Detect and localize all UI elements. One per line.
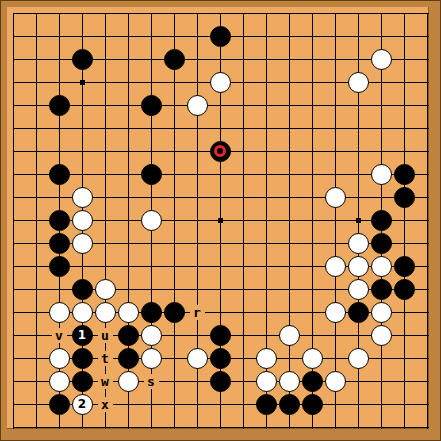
intersection-c10-r18[interactable] [232,416,255,439]
go-board[interactable]: rv1utws2x [2,2,439,439]
intersection-c6-r17[interactable] [140,393,163,416]
intersection-c17-r12[interactable] [393,278,416,301]
intersection-c15-r5[interactable] [347,117,370,140]
intersection-c0-r4[interactable] [2,94,25,117]
intersection-c2-r15[interactable] [48,347,71,370]
intersection-c9-r8[interactable] [209,186,232,209]
intersection-c9-r4[interactable] [209,94,232,117]
intersection-c3-r12[interactable] [71,278,94,301]
intersection-c5-r4[interactable] [117,94,140,117]
intersection-c17-r16[interactable] [393,370,416,393]
intersection-c3-r15[interactable] [71,347,94,370]
intersection-c2-r13[interactable] [48,301,71,324]
intersection-c0-r16[interactable] [2,370,25,393]
intersection-c1-r15[interactable] [25,347,48,370]
intersection-c9-r18[interactable] [209,416,232,439]
intersection-c11-r15[interactable] [255,347,278,370]
intersection-c17-r15[interactable] [393,347,416,370]
intersection-c3-r3[interactable] [71,71,94,94]
intersection-c1-r9[interactable] [25,209,48,232]
intersection-c12-r14[interactable] [278,324,301,347]
intersection-c10-r6[interactable] [232,140,255,163]
intersection-c13-r14[interactable] [301,324,324,347]
intersection-c11-r0[interactable] [255,2,278,25]
intersection-c17-r8[interactable] [393,186,416,209]
intersection-c14-r1[interactable] [324,25,347,48]
intersection-c10-r9[interactable] [232,209,255,232]
intersection-c16-r9[interactable] [370,209,393,232]
intersection-c9-r5[interactable] [209,117,232,140]
intersection-c17-r3[interactable] [393,71,416,94]
intersection-c8-r9[interactable] [186,209,209,232]
intersection-c4-r16[interactable]: w [94,370,117,393]
intersection-c15-r15[interactable] [347,347,370,370]
intersection-c4-r13[interactable] [94,301,117,324]
intersection-c7-r2[interactable] [163,48,186,71]
intersection-c17-r14[interactable] [393,324,416,347]
intersection-c1-r2[interactable] [25,48,48,71]
intersection-c12-r10[interactable] [278,232,301,255]
intersection-c11-r3[interactable] [255,71,278,94]
intersection-c17-r0[interactable] [393,2,416,25]
intersection-c11-r16[interactable] [255,370,278,393]
intersection-c6-r10[interactable] [140,232,163,255]
intersection-c14-r14[interactable] [324,324,347,347]
intersection-c10-r14[interactable] [232,324,255,347]
intersection-c14-r9[interactable] [324,209,347,232]
intersection-c12-r9[interactable] [278,209,301,232]
intersection-c14-r16[interactable] [324,370,347,393]
intersection-c9-r17[interactable] [209,393,232,416]
intersection-c1-r11[interactable] [25,255,48,278]
intersection-c3-r6[interactable] [71,140,94,163]
intersection-c12-r4[interactable] [278,94,301,117]
intersection-c16-r13[interactable] [370,301,393,324]
intersection-c11-r14[interactable] [255,324,278,347]
intersection-c17-r13[interactable] [393,301,416,324]
intersection-c1-r0[interactable] [25,2,48,25]
intersection-c14-r6[interactable] [324,140,347,163]
intersection-c9-r7[interactable] [209,163,232,186]
intersection-c7-r6[interactable] [163,140,186,163]
intersection-c8-r13[interactable]: r [186,301,209,324]
intersection-c0-r11[interactable] [2,255,25,278]
intersection-c6-r2[interactable] [140,48,163,71]
intersection-c0-r8[interactable] [2,186,25,209]
intersection-c16-r14[interactable] [370,324,393,347]
intersection-c13-r16[interactable] [301,370,324,393]
intersection-c18-r7[interactable] [416,163,439,186]
intersection-c18-r10[interactable] [416,232,439,255]
intersection-c8-r11[interactable] [186,255,209,278]
intersection-c5-r11[interactable] [117,255,140,278]
intersection-c11-r8[interactable] [255,186,278,209]
intersection-c10-r11[interactable] [232,255,255,278]
intersection-c12-r3[interactable] [278,71,301,94]
intersection-c4-r3[interactable] [94,71,117,94]
intersection-c16-r2[interactable] [370,48,393,71]
intersection-c6-r18[interactable] [140,416,163,439]
intersection-c15-r8[interactable] [347,186,370,209]
intersection-c11-r12[interactable] [255,278,278,301]
intersection-c8-r5[interactable] [186,117,209,140]
intersection-c1-r12[interactable] [25,278,48,301]
intersection-c9-r16[interactable] [209,370,232,393]
intersection-c4-r0[interactable] [94,2,117,25]
intersection-c18-r0[interactable] [416,2,439,25]
intersection-c14-r17[interactable] [324,393,347,416]
intersection-c5-r8[interactable] [117,186,140,209]
intersection-c3-r11[interactable] [71,255,94,278]
intersection-c3-r5[interactable] [71,117,94,140]
intersection-c1-r3[interactable] [25,71,48,94]
intersection-c10-r15[interactable] [232,347,255,370]
intersection-c1-r7[interactable] [25,163,48,186]
intersection-c6-r15[interactable] [140,347,163,370]
intersection-c2-r12[interactable] [48,278,71,301]
intersection-c10-r0[interactable] [232,2,255,25]
intersection-c14-r15[interactable] [324,347,347,370]
intersection-c3-r9[interactable] [71,209,94,232]
intersection-c17-r11[interactable] [393,255,416,278]
intersection-c2-r1[interactable] [48,25,71,48]
intersection-c17-r10[interactable] [393,232,416,255]
intersection-c1-r18[interactable] [25,416,48,439]
intersection-c3-r4[interactable] [71,94,94,117]
intersection-c9-r0[interactable] [209,2,232,25]
intersection-c12-r8[interactable] [278,186,301,209]
intersection-c18-r11[interactable] [416,255,439,278]
intersection-c10-r4[interactable] [232,94,255,117]
intersection-c2-r0[interactable] [48,2,71,25]
intersection-c18-r8[interactable] [416,186,439,209]
intersection-c10-r2[interactable] [232,48,255,71]
intersection-c14-r11[interactable] [324,255,347,278]
intersection-c13-r17[interactable] [301,393,324,416]
intersection-c12-r5[interactable] [278,117,301,140]
intersection-c2-r2[interactable] [48,48,71,71]
intersection-c3-r13[interactable] [71,301,94,324]
intersection-c3-r1[interactable] [71,25,94,48]
intersection-c16-r3[interactable] [370,71,393,94]
intersection-c10-r10[interactable] [232,232,255,255]
intersection-c9-r9[interactable] [209,209,232,232]
intersection-c10-r12[interactable] [232,278,255,301]
intersection-c17-r17[interactable] [393,393,416,416]
intersection-c7-r14[interactable] [163,324,186,347]
intersection-c9-r6[interactable] [209,140,232,163]
intersection-c1-r1[interactable] [25,25,48,48]
intersection-c8-r2[interactable] [186,48,209,71]
intersection-c7-r16[interactable] [163,370,186,393]
intersection-c17-r1[interactable] [393,25,416,48]
intersection-c14-r18[interactable] [324,416,347,439]
intersection-c7-r4[interactable] [163,94,186,117]
intersection-c15-r11[interactable] [347,255,370,278]
intersection-c4-r5[interactable] [94,117,117,140]
intersection-c5-r15[interactable] [117,347,140,370]
intersection-c0-r12[interactable] [2,278,25,301]
intersection-c12-r15[interactable] [278,347,301,370]
intersection-c9-r11[interactable] [209,255,232,278]
intersection-c0-r9[interactable] [2,209,25,232]
intersection-c16-r0[interactable] [370,2,393,25]
intersection-c18-r6[interactable] [416,140,439,163]
intersection-c16-r8[interactable] [370,186,393,209]
intersection-c5-r0[interactable] [117,2,140,25]
intersection-c10-r3[interactable] [232,71,255,94]
intersection-c11-r5[interactable] [255,117,278,140]
intersection-c13-r10[interactable] [301,232,324,255]
intersection-c5-r9[interactable] [117,209,140,232]
intersection-c7-r9[interactable] [163,209,186,232]
intersection-c17-r5[interactable] [393,117,416,140]
intersection-c13-r3[interactable] [301,71,324,94]
intersection-c13-r9[interactable] [301,209,324,232]
intersection-c16-r4[interactable] [370,94,393,117]
intersection-c6-r9[interactable] [140,209,163,232]
intersection-c18-r5[interactable] [416,117,439,140]
intersection-c15-r1[interactable] [347,25,370,48]
intersection-c16-r15[interactable] [370,347,393,370]
intersection-c8-r7[interactable] [186,163,209,186]
intersection-c0-r18[interactable] [2,416,25,439]
intersection-c11-r7[interactable] [255,163,278,186]
intersection-c7-r8[interactable] [163,186,186,209]
intersection-c14-r7[interactable] [324,163,347,186]
intersection-c9-r12[interactable] [209,278,232,301]
intersection-c9-r15[interactable] [209,347,232,370]
intersection-c7-r7[interactable] [163,163,186,186]
intersection-c18-r15[interactable] [416,347,439,370]
intersection-c2-r10[interactable] [48,232,71,255]
intersection-c13-r11[interactable] [301,255,324,278]
intersection-c16-r12[interactable] [370,278,393,301]
intersection-c3-r7[interactable] [71,163,94,186]
intersection-c4-r11[interactable] [94,255,117,278]
intersection-c16-r18[interactable] [370,416,393,439]
intersection-c13-r4[interactable] [301,94,324,117]
intersection-c7-r0[interactable] [163,2,186,25]
intersection-c15-r0[interactable] [347,2,370,25]
intersection-c18-r17[interactable] [416,393,439,416]
intersection-c11-r11[interactable] [255,255,278,278]
intersection-c14-r4[interactable] [324,94,347,117]
intersection-c15-r16[interactable] [347,370,370,393]
intersection-c12-r11[interactable] [278,255,301,278]
intersection-c1-r10[interactable] [25,232,48,255]
intersection-c7-r13[interactable] [163,301,186,324]
intersection-c7-r18[interactable] [163,416,186,439]
intersection-c5-r6[interactable] [117,140,140,163]
intersection-c16-r1[interactable] [370,25,393,48]
intersection-c3-r8[interactable] [71,186,94,209]
intersection-c1-r13[interactable] [25,301,48,324]
intersection-c9-r10[interactable] [209,232,232,255]
intersection-c5-r3[interactable] [117,71,140,94]
intersection-c11-r13[interactable] [255,301,278,324]
intersection-c5-r13[interactable] [117,301,140,324]
intersection-c9-r3[interactable] [209,71,232,94]
intersection-c7-r5[interactable] [163,117,186,140]
intersection-c6-r7[interactable] [140,163,163,186]
intersection-c11-r17[interactable] [255,393,278,416]
intersection-c16-r17[interactable] [370,393,393,416]
intersection-c7-r10[interactable] [163,232,186,255]
intersection-c13-r6[interactable] [301,140,324,163]
intersection-c7-r3[interactable] [163,71,186,94]
intersection-c14-r3[interactable] [324,71,347,94]
intersection-c10-r7[interactable] [232,163,255,186]
intersection-c8-r8[interactable] [186,186,209,209]
intersection-c0-r7[interactable] [2,163,25,186]
intersection-c18-r18[interactable] [416,416,439,439]
intersection-c10-r8[interactable] [232,186,255,209]
intersection-c15-r3[interactable] [347,71,370,94]
intersection-c6-r8[interactable] [140,186,163,209]
intersection-c14-r13[interactable] [324,301,347,324]
intersection-c5-r5[interactable] [117,117,140,140]
intersection-c16-r10[interactable] [370,232,393,255]
intersection-c0-r15[interactable] [2,347,25,370]
intersection-c4-r6[interactable] [94,140,117,163]
intersection-c15-r17[interactable] [347,393,370,416]
intersection-c14-r2[interactable] [324,48,347,71]
intersection-c2-r7[interactable] [48,163,71,186]
intersection-c9-r13[interactable] [209,301,232,324]
intersection-c1-r5[interactable] [25,117,48,140]
intersection-c16-r5[interactable] [370,117,393,140]
intersection-c6-r12[interactable] [140,278,163,301]
intersection-c6-r14[interactable] [140,324,163,347]
intersection-c8-r18[interactable] [186,416,209,439]
intersection-c1-r8[interactable] [25,186,48,209]
intersection-c11-r4[interactable] [255,94,278,117]
intersection-c10-r16[interactable] [232,370,255,393]
intersection-c12-r7[interactable] [278,163,301,186]
intersection-c18-r2[interactable] [416,48,439,71]
intersection-c4-r7[interactable] [94,163,117,186]
intersection-c12-r2[interactable] [278,48,301,71]
intersection-c2-r5[interactable] [48,117,71,140]
intersection-c1-r14[interactable] [25,324,48,347]
intersection-c18-r4[interactable] [416,94,439,117]
intersection-c5-r10[interactable] [117,232,140,255]
intersection-c4-r18[interactable] [94,416,117,439]
intersection-c11-r9[interactable] [255,209,278,232]
intersection-c13-r7[interactable] [301,163,324,186]
intersection-c14-r0[interactable] [324,2,347,25]
intersection-c8-r17[interactable] [186,393,209,416]
intersection-c15-r9[interactable] [347,209,370,232]
intersection-c6-r3[interactable] [140,71,163,94]
intersection-c6-r16[interactable]: s [140,370,163,393]
intersection-c17-r2[interactable] [393,48,416,71]
intersection-c10-r5[interactable] [232,117,255,140]
intersection-c2-r11[interactable] [48,255,71,278]
intersection-c9-r2[interactable] [209,48,232,71]
intersection-c3-r0[interactable] [71,2,94,25]
intersection-c3-r18[interactable] [71,416,94,439]
intersection-c16-r6[interactable] [370,140,393,163]
intersection-c2-r17[interactable] [48,393,71,416]
intersection-c6-r13[interactable] [140,301,163,324]
intersection-c0-r6[interactable] [2,140,25,163]
intersection-c4-r9[interactable] [94,209,117,232]
intersection-c3-r2[interactable] [71,48,94,71]
intersection-c15-r12[interactable] [347,278,370,301]
intersection-c4-r17[interactable]: x [94,393,117,416]
intersection-c5-r16[interactable] [117,370,140,393]
intersection-c0-r14[interactable] [2,324,25,347]
intersection-c15-r6[interactable] [347,140,370,163]
intersection-c6-r6[interactable] [140,140,163,163]
intersection-c1-r16[interactable] [25,370,48,393]
intersection-c2-r9[interactable] [48,209,71,232]
intersection-c4-r1[interactable] [94,25,117,48]
intersection-c1-r4[interactable] [25,94,48,117]
intersection-c0-r13[interactable] [2,301,25,324]
intersection-c13-r1[interactable] [301,25,324,48]
intersection-c2-r18[interactable] [48,416,71,439]
intersection-c18-r16[interactable] [416,370,439,393]
intersection-c7-r17[interactable] [163,393,186,416]
intersection-c3-r17[interactable]: 2 [71,393,94,416]
intersection-c0-r5[interactable] [2,117,25,140]
intersection-c18-r1[interactable] [416,25,439,48]
intersection-c8-r0[interactable] [186,2,209,25]
intersection-c15-r14[interactable] [347,324,370,347]
intersection-c5-r2[interactable] [117,48,140,71]
intersection-c7-r1[interactable] [163,25,186,48]
intersection-c11-r10[interactable] [255,232,278,255]
intersection-c2-r14[interactable]: v [48,324,71,347]
intersection-c12-r16[interactable] [278,370,301,393]
intersection-c13-r5[interactable] [301,117,324,140]
intersection-c5-r12[interactable] [117,278,140,301]
intersection-c15-r13[interactable] [347,301,370,324]
intersection-c5-r17[interactable] [117,393,140,416]
intersection-c11-r2[interactable] [255,48,278,71]
intersection-c2-r6[interactable] [48,140,71,163]
intersection-c18-r13[interactable] [416,301,439,324]
intersection-c17-r9[interactable] [393,209,416,232]
intersection-c8-r3[interactable] [186,71,209,94]
intersection-c7-r12[interactable] [163,278,186,301]
intersection-c13-r2[interactable] [301,48,324,71]
intersection-c15-r18[interactable] [347,416,370,439]
intersection-c13-r13[interactable] [301,301,324,324]
intersection-c18-r14[interactable] [416,324,439,347]
intersection-c18-r12[interactable] [416,278,439,301]
intersection-c4-r14[interactable]: u [94,324,117,347]
intersection-c0-r3[interactable] [2,71,25,94]
intersection-c4-r15[interactable]: t [94,347,117,370]
intersection-c2-r16[interactable] [48,370,71,393]
intersection-c16-r11[interactable] [370,255,393,278]
intersection-c15-r10[interactable] [347,232,370,255]
intersection-c13-r8[interactable] [301,186,324,209]
intersection-c16-r16[interactable] [370,370,393,393]
intersection-c7-r11[interactable] [163,255,186,278]
intersection-c2-r4[interactable] [48,94,71,117]
intersection-c6-r1[interactable] [140,25,163,48]
intersection-c9-r14[interactable] [209,324,232,347]
intersection-c4-r2[interactable] [94,48,117,71]
intersection-c8-r6[interactable] [186,140,209,163]
intersection-c17-r6[interactable] [393,140,416,163]
intersection-c6-r4[interactable] [140,94,163,117]
